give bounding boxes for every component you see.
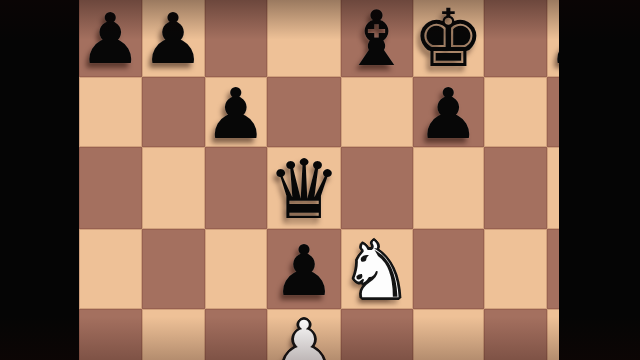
square-f6[interactable]: ♟	[413, 77, 485, 147]
square-a4[interactable]	[79, 229, 142, 309]
square-c4[interactable]	[205, 229, 268, 309]
square-g6[interactable]	[484, 77, 547, 147]
square-c3[interactable]	[205, 309, 268, 360]
square-f3[interactable]	[413, 309, 485, 360]
square-d6[interactable]	[267, 77, 341, 147]
square-e5[interactable]	[341, 147, 413, 229]
black-pawn[interactable]: ♟	[79, 4, 142, 74]
black-pawn[interactable]: ♟	[273, 236, 336, 306]
square-f4[interactable]	[413, 229, 485, 309]
square-c7[interactable]	[205, 0, 268, 77]
square-a5[interactable]	[79, 147, 142, 229]
square-c6[interactable]: ♟	[205, 77, 268, 147]
letterbox-right-bar	[559, 0, 640, 360]
square-e7[interactable]: ♝	[341, 0, 413, 77]
square-a3[interactable]	[79, 309, 142, 360]
black-pawn[interactable]: ♟	[417, 79, 480, 149]
square-c5[interactable]	[205, 147, 268, 229]
square-f7[interactable]: ♚	[413, 0, 485, 77]
square-b7[interactable]: ♟	[142, 0, 205, 77]
square-g5[interactable]	[484, 147, 547, 229]
square-e6[interactable]	[341, 77, 413, 147]
square-b6[interactable]	[142, 77, 205, 147]
square-b4[interactable]	[142, 229, 205, 309]
square-g3[interactable]	[484, 309, 547, 360]
white-pawn[interactable]: ♟	[273, 311, 336, 360]
square-d5[interactable]: ♛	[267, 147, 341, 229]
square-b3[interactable]	[142, 309, 205, 360]
black-pawn[interactable]: ♟	[142, 4, 205, 74]
square-e3[interactable]	[341, 309, 413, 360]
black-bishop[interactable]: ♝	[343, 1, 411, 77]
letterbox-left-bar	[0, 0, 79, 360]
square-a6[interactable]	[79, 77, 142, 147]
square-g4[interactable]	[484, 229, 547, 309]
square-d3[interactable]: ♟	[267, 309, 341, 360]
square-a7[interactable]: ♟	[79, 0, 142, 77]
square-e4[interactable]: ♞	[341, 229, 413, 309]
black-king[interactable]: ♚	[413, 0, 485, 79]
square-f5[interactable]	[413, 147, 485, 229]
white-knight[interactable]: ♞	[341, 231, 413, 311]
black-queen[interactable]: ♛	[267, 149, 341, 231]
square-g7[interactable]	[484, 0, 547, 77]
square-d4[interactable]: ♟	[267, 229, 341, 309]
black-pawn[interactable]: ♟	[205, 79, 268, 149]
square-b5[interactable]	[142, 147, 205, 229]
square-d7[interactable]	[267, 0, 341, 77]
video-frame: ♟♟♝♚♟♟♟♛♟♞♟♟♟♟♟♟	[0, 0, 640, 360]
chess-board: ♟♟♝♚♟♟♟♛♟♞♟♟♟♟♟♟	[79, 0, 559, 360]
